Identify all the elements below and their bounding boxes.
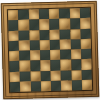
square-g7[interactable]: [70, 18, 81, 29]
board-grid: [8, 8, 92, 92]
square-e1[interactable]: [51, 80, 62, 91]
square-h1[interactable]: [82, 80, 93, 91]
square-a1[interactable]: [10, 82, 21, 93]
square-a7[interactable]: [8, 20, 19, 31]
square-a8[interactable]: [8, 10, 19, 21]
square-g1[interactable]: [71, 80, 82, 91]
square-h6[interactable]: [80, 28, 91, 39]
square-g5[interactable]: [70, 39, 81, 50]
square-g6[interactable]: [70, 29, 81, 40]
square-f8[interactable]: [59, 8, 70, 19]
square-a2[interactable]: [10, 71, 21, 82]
square-g2[interactable]: [71, 70, 82, 81]
square-f6[interactable]: [60, 29, 71, 40]
square-c2[interactable]: [30, 71, 41, 82]
square-e5[interactable]: [50, 39, 61, 50]
square-c3[interactable]: [30, 61, 41, 72]
square-c4[interactable]: [30, 50, 41, 61]
square-h2[interactable]: [81, 69, 92, 80]
square-b7[interactable]: [18, 20, 29, 31]
square-b6[interactable]: [19, 30, 30, 41]
square-f3[interactable]: [61, 60, 72, 71]
square-d4[interactable]: [40, 50, 51, 61]
square-f7[interactable]: [59, 19, 70, 30]
square-a3[interactable]: [9, 61, 20, 72]
square-g8[interactable]: [69, 8, 80, 19]
square-b2[interactable]: [20, 71, 31, 82]
chess-board: [1, 1, 100, 100]
square-f1[interactable]: [61, 80, 72, 91]
square-d8[interactable]: [39, 9, 50, 20]
square-c7[interactable]: [29, 20, 40, 31]
square-d1[interactable]: [41, 81, 52, 92]
square-c6[interactable]: [29, 30, 40, 41]
square-f2[interactable]: [61, 70, 72, 81]
square-e7[interactable]: [49, 19, 60, 30]
square-e2[interactable]: [51, 70, 62, 81]
square-e4[interactable]: [50, 50, 61, 61]
square-h8[interactable]: [80, 8, 91, 19]
square-b5[interactable]: [19, 40, 30, 51]
square-h4[interactable]: [81, 49, 92, 60]
square-d2[interactable]: [40, 70, 51, 81]
photo-background: [0, 0, 100, 100]
square-h7[interactable]: [80, 18, 91, 29]
square-e6[interactable]: [49, 29, 60, 40]
square-a4[interactable]: [9, 51, 20, 62]
square-d6[interactable]: [39, 30, 50, 41]
square-f4[interactable]: [60, 49, 71, 60]
square-g4[interactable]: [70, 49, 81, 60]
square-b1[interactable]: [20, 81, 31, 92]
square-c1[interactable]: [30, 81, 41, 92]
square-a5[interactable]: [9, 41, 20, 52]
square-b8[interactable]: [18, 10, 29, 21]
square-d5[interactable]: [39, 40, 50, 51]
square-g3[interactable]: [71, 59, 82, 70]
square-d7[interactable]: [39, 19, 50, 30]
square-c8[interactable]: [28, 9, 39, 20]
square-h5[interactable]: [80, 39, 91, 50]
square-e8[interactable]: [49, 9, 60, 20]
square-h3[interactable]: [81, 59, 92, 70]
square-d3[interactable]: [40, 60, 51, 71]
square-c5[interactable]: [29, 40, 40, 51]
square-f5[interactable]: [60, 39, 71, 50]
square-b3[interactable]: [20, 61, 31, 72]
square-a6[interactable]: [8, 30, 19, 41]
square-e3[interactable]: [50, 60, 61, 71]
square-b4[interactable]: [19, 51, 30, 62]
